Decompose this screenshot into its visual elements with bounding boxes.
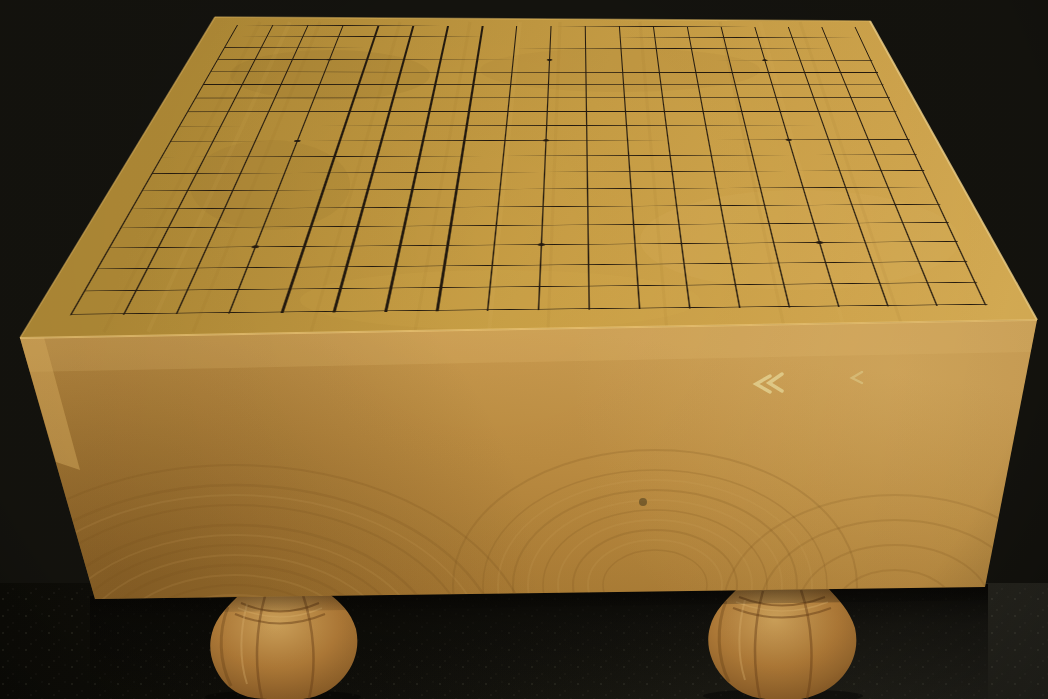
vignette xyxy=(0,0,1048,699)
goban-photo-illustration xyxy=(0,0,1048,699)
goban-photo-scene xyxy=(0,0,1048,699)
